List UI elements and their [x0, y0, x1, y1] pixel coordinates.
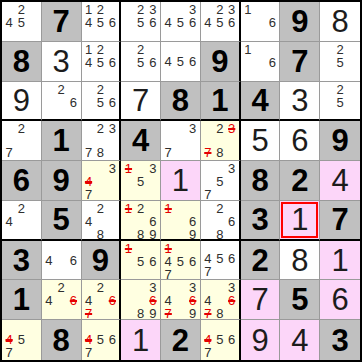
candidate-grid: 3456	[162, 3, 199, 40]
candidate-mark: 2	[94, 122, 106, 135]
candidate-grid: 34678	[202, 281, 238, 318]
solved-digit: 4	[331, 165, 348, 196]
candidate-mark: 9	[147, 228, 159, 241]
cell-r4c8[interactable]: 6	[280, 121, 320, 161]
cell-r2c9[interactable]: 25	[320, 42, 360, 82]
candidate-grid: 156	[122, 242, 159, 279]
candidate-mark: 1	[83, 43, 95, 56]
candidate-mark: 4	[83, 215, 95, 228]
candidate-mark: 2	[135, 202, 147, 215]
cell-r4c3[interactable]: 2378	[82, 121, 122, 161]
cell-r9c3[interactable]: 4567	[82, 320, 122, 360]
cell-r7c7[interactable]: 2	[241, 241, 281, 281]
candidate-grid: 169	[162, 202, 199, 238]
candidate-mark: 6	[187, 16, 199, 29]
candidate-mark: 8	[214, 228, 226, 241]
candidate-mark: 9	[147, 307, 159, 320]
candidate-mark: 6	[187, 215, 199, 228]
given-digit: 8	[13, 46, 30, 77]
cell-r6c7[interactable]: 3	[241, 201, 281, 241]
eliminated-candidate-mark: 7	[83, 307, 95, 320]
cell-r1c9[interactable]: 8	[320, 2, 360, 42]
given-digit: 9	[291, 6, 308, 37]
candidate-mark: 7	[83, 188, 95, 201]
candidate-mark: 5	[214, 175, 226, 188]
cell-r6c8[interactable]: 1	[280, 201, 320, 241]
candidate-mark: 5	[15, 333, 27, 346]
given-digit: 7	[291, 46, 308, 77]
candidate-mark: 2	[214, 202, 226, 215]
given-digit: 3	[13, 245, 30, 276]
cell-r8c3[interactable]: 2467	[82, 280, 122, 320]
eliminated-candidate-mark: 6	[226, 294, 238, 307]
candidate-mark: 6	[266, 16, 278, 29]
candidate-mark: 6	[106, 96, 118, 109]
given-digit: 5	[53, 204, 70, 235]
candidate-grid: 248	[83, 202, 119, 238]
cell-r8c9[interactable]: 6	[320, 280, 360, 320]
eliminated-candidate-mark: 1	[122, 162, 134, 175]
cell-r9c5[interactable]: 2	[161, 320, 201, 360]
cell-r2c6[interactable]: 9	[201, 42, 241, 82]
candidate-mark: 6	[187, 255, 199, 268]
cell-r3c5[interactable]: 8	[161, 82, 201, 122]
cell-r8c7[interactable]: 7	[241, 280, 281, 320]
cell-r8c2[interactable]: 246	[42, 280, 82, 320]
cell-r5c6[interactable]: 357	[201, 161, 241, 201]
candidate-grid: 4567	[202, 321, 238, 359]
given-digit: 9	[211, 46, 228, 77]
solved-digit: 1	[132, 325, 149, 356]
candidate-grid: 135	[122, 162, 159, 199]
eliminated-candidate-mark: 1	[162, 242, 174, 255]
given-digit: 8	[172, 85, 189, 116]
candidate-mark: 6	[147, 255, 159, 268]
given-digit: 7	[331, 204, 348, 235]
candidate-mark: 7	[202, 188, 214, 201]
candidate-grid: 457	[3, 321, 40, 359]
cell-r7c3[interactable]: 9	[82, 241, 122, 281]
candidate-mark: 4	[83, 56, 95, 69]
candidate-mark: 4	[3, 16, 15, 29]
cell-r2c8[interactable]: 7	[280, 42, 320, 82]
candidate-mark: 4	[162, 255, 174, 268]
candidate-grid: 456	[162, 43, 199, 80]
cell-r8c8[interactable]: 5	[280, 280, 320, 320]
candidate-mark: 5	[174, 55, 186, 68]
candidate-mark: 6	[187, 55, 199, 68]
candidate-mark: 6	[106, 56, 118, 69]
cell-r2c1[interactable]: 8	[2, 42, 42, 82]
candidate-mark: 5	[135, 255, 147, 268]
cell-r1c6[interactable]: 23456	[201, 2, 241, 42]
cell-r9c9[interactable]: 3	[320, 320, 360, 360]
cell-r4c9[interactable]: 9	[320, 121, 360, 161]
given-digit: 8	[251, 165, 268, 196]
candidate-mark: 6	[67, 96, 79, 109]
candidate-mark: 7	[162, 146, 174, 159]
cell-r1c3[interactable]: 12456	[82, 2, 122, 42]
cell-r2c5[interactable]: 456	[161, 42, 201, 82]
solved-digit: 8	[291, 245, 308, 276]
candidate-mark: 5	[135, 175, 147, 188]
cell-r3c2[interactable]: 26	[42, 82, 82, 122]
solved-digit: 9	[251, 325, 268, 356]
candidate-mark: 5	[174, 16, 186, 29]
cell-r1c5[interactable]: 3456	[161, 2, 201, 42]
cell-r8c1[interactable]: 1	[2, 280, 42, 320]
candidate-mark: 4	[162, 16, 174, 29]
candidate-mark: 7	[3, 346, 15, 359]
eliminated-candidate-mark: 6	[67, 294, 79, 307]
candidate-mark: 9	[187, 228, 199, 241]
candidate-grid: 24	[3, 202, 40, 238]
cell-r3c7[interactable]: 4	[241, 82, 281, 122]
given-digit: 1	[211, 85, 228, 116]
candidate-grid: 25	[321, 43, 359, 80]
candidate-grid: 4567	[83, 321, 119, 359]
cell-r7c5[interactable]: 14567	[161, 241, 201, 281]
candidate-grid: 2467	[83, 281, 119, 318]
eliminated-candidate-mark: 7	[202, 307, 214, 320]
candidate-mark: 6	[147, 215, 159, 228]
candidate-grid: 245	[3, 3, 40, 40]
candidate-mark: 6	[147, 16, 159, 29]
candidate-mark: 8	[214, 146, 226, 159]
given-digit: 9	[331, 125, 348, 156]
cell-r8c6[interactable]: 34678	[201, 280, 241, 320]
cell-r6c3[interactable]: 248	[82, 201, 122, 241]
cell-r4c5[interactable]: 37	[161, 121, 201, 161]
cell-r5c8[interactable]: 2	[280, 161, 320, 201]
candidate-grid: 2378	[202, 122, 238, 159]
given-digit: 8	[53, 325, 70, 356]
cell-r6c4[interactable]: 12689	[121, 201, 161, 241]
candidate-mark: 3	[147, 162, 159, 175]
candidate-mark: 5	[214, 16, 226, 29]
solved-digit: 7	[132, 85, 149, 116]
solved-digit: 1	[331, 245, 348, 276]
candidate-grid: 2378	[83, 122, 119, 159]
eliminated-candidate-mark: 1	[122, 202, 134, 215]
cell-r1c1[interactable]: 245	[2, 2, 42, 42]
candidate-grid: 12689	[122, 202, 159, 238]
cell-r2c4[interactable]: 256	[121, 42, 161, 82]
cell-r6c9[interactable]: 7	[320, 201, 360, 241]
candidate-mark: 5	[94, 333, 106, 346]
cell-r7c6[interactable]: 4567	[201, 241, 241, 281]
given-digit: 6	[13, 165, 30, 196]
cell-r4c1[interactable]: 27	[2, 121, 42, 161]
candidate-grid: 3689	[122, 281, 159, 318]
candidate-mark: 2	[94, 202, 106, 215]
solved-digit: 8	[331, 6, 348, 37]
given-digit: 5	[291, 284, 308, 315]
cell-r5c7[interactable]: 8	[241, 161, 281, 201]
cell-r5c5[interactable]: 1	[161, 161, 201, 201]
candidate-mark: 5	[135, 56, 147, 69]
cell-r7c8[interactable]: 8	[280, 241, 320, 281]
cell-r4c7[interactable]: 5	[241, 121, 281, 161]
cell-r3c1[interactable]: 9	[2, 82, 42, 122]
candidate-mark: 3	[187, 122, 199, 135]
cell-r3c9[interactable]: 25	[320, 82, 360, 122]
candidate-mark: 2	[15, 122, 27, 135]
cell-r3c6[interactable]: 1	[201, 82, 241, 122]
candidate-mark: 5	[15, 16, 27, 29]
given-digit: 9	[53, 165, 70, 196]
cell-r5c4[interactable]: 135	[121, 161, 161, 201]
candidate-mark: 2	[334, 83, 347, 96]
candidate-mark: 4	[83, 16, 95, 29]
cell-r2c3[interactable]: 12456	[82, 42, 122, 82]
candidate-mark: 5	[214, 333, 226, 346]
given-digit: 2	[172, 325, 189, 356]
candidate-grid: 25	[321, 83, 359, 119]
candidate-mark: 5	[334, 56, 347, 69]
candidate-mark: 7	[3, 146, 15, 159]
candidate-mark: 5	[94, 96, 106, 109]
candidate-mark: 1	[242, 3, 254, 16]
cell-r6c6[interactable]: 268	[201, 201, 241, 241]
cell-r1c4[interactable]: 2356	[121, 2, 161, 42]
candidate-grid: 256	[122, 43, 159, 80]
cell-r1c7[interactable]: 16	[241, 2, 281, 42]
candidate-grid: 16	[242, 3, 279, 40]
candidate-mark: 2	[55, 281, 67, 294]
candidate-mark: 5	[174, 255, 186, 268]
candidate-grid: 2356	[122, 3, 159, 40]
candidate-mark: 6	[147, 56, 159, 69]
candidate-mark: 8	[214, 307, 226, 320]
candidate-mark: 6	[106, 16, 118, 29]
cell-r6c2[interactable]: 5	[42, 201, 82, 241]
candidate-mark: 2	[55, 83, 67, 96]
candidate-mark: 6	[106, 333, 118, 346]
cell-r7c4[interactable]: 156	[121, 241, 161, 281]
cell-r3c8[interactable]: 3	[280, 82, 320, 122]
candidate-grid: 34679	[162, 281, 199, 318]
eliminated-candidate-mark: 3	[226, 122, 238, 135]
eliminated-candidate-mark: 6	[106, 294, 118, 307]
solved-digit: 7	[251, 284, 268, 315]
candidate-mark: 6	[67, 254, 79, 267]
solved-digit: 1	[291, 204, 308, 235]
candidate-grid: 26	[43, 83, 80, 119]
candidate-mark: 8	[135, 228, 147, 241]
candidate-mark: 9	[187, 307, 199, 320]
cell-r6c1[interactable]: 24	[2, 201, 42, 241]
given-digit: 2	[291, 165, 308, 196]
candidate-mark: 2	[334, 43, 347, 56]
candidate-mark: 4	[162, 55, 174, 68]
cell-r9c8[interactable]: 4	[280, 320, 320, 360]
candidate-mark: 4	[43, 294, 55, 307]
candidate-mark: 5	[94, 16, 106, 29]
cell-r8c5[interactable]: 34679	[161, 280, 201, 320]
candidate-grid: 268	[202, 202, 238, 238]
cell-r7c1[interactable]: 3	[2, 241, 42, 281]
cell-r7c9[interactable]: 1	[320, 241, 360, 281]
given-digit: 7	[53, 6, 70, 37]
candidate-grid: 246	[43, 281, 80, 318]
solved-digit: 6	[291, 125, 308, 156]
candidate-mark: 2	[214, 122, 226, 135]
cell-r1c8[interactable]: 9	[280, 2, 320, 42]
cell-r4c6[interactable]: 2378	[201, 121, 241, 161]
cell-r5c2[interactable]: 9	[42, 161, 82, 201]
cell-r5c1[interactable]: 6	[2, 161, 42, 201]
candidate-mark: 6	[226, 252, 238, 265]
eliminated-candidate-mark: 7	[202, 146, 214, 159]
candidate-mark: 6	[226, 16, 238, 29]
given-digit: 3	[251, 204, 268, 235]
solved-digit: 5	[251, 125, 268, 156]
candidate-mark: 7	[83, 346, 95, 359]
cell-r9c4[interactable]: 1	[121, 320, 161, 360]
candidate-grid: 256	[83, 83, 119, 119]
cell-r2c7[interactable]: 16	[241, 42, 281, 82]
cell-r5c9[interactable]: 4	[320, 161, 360, 201]
candidate-grid: 27	[3, 122, 40, 159]
candidate-mark: 3	[106, 122, 118, 135]
candidate-mark: 5	[135, 16, 147, 29]
candidate-mark: 5	[214, 252, 226, 265]
given-digit: 2	[251, 245, 268, 276]
candidate-grid: 16	[242, 43, 279, 80]
candidate-grid: 357	[202, 162, 238, 199]
candidate-mark: 1	[242, 43, 254, 56]
solved-digit: 9	[13, 85, 30, 116]
cell-r4c4[interactable]: 4	[121, 121, 161, 161]
candidate-mark: 6	[266, 56, 278, 69]
candidate-mark: 4	[3, 215, 15, 228]
cell-r4c2[interactable]: 1	[42, 121, 82, 161]
candidate-mark: 8	[135, 307, 147, 320]
cell-r7c2[interactable]: 46	[42, 241, 82, 281]
candidate-mark: 7	[202, 265, 214, 278]
given-digit: 4	[132, 125, 149, 156]
candidate-grid: 23456	[202, 3, 238, 40]
candidate-grid: 46	[43, 242, 80, 279]
solved-digit: 6	[331, 284, 348, 315]
candidate-mark: 3	[106, 162, 118, 175]
candidate-mark: 4	[202, 16, 214, 29]
cell-r9c7[interactable]: 9	[241, 320, 281, 360]
candidate-mark: 5	[334, 96, 347, 109]
candidate-mark: 6	[226, 215, 238, 228]
eliminated-candidate-mark: 7	[162, 307, 174, 320]
candidate-mark: 6	[226, 333, 238, 346]
candidate-mark: 2	[94, 281, 106, 294]
candidate-grid: 4567	[202, 242, 238, 279]
candidate-grid: 12456	[83, 43, 119, 80]
cell-r1c2[interactable]: 7	[42, 2, 82, 42]
eliminated-candidate-mark: 1	[122, 242, 134, 255]
candidate-mark: 4	[43, 254, 55, 267]
candidate-mark: 2	[94, 83, 106, 96]
candidate-grid: 347	[83, 162, 119, 199]
solved-digit: 3	[291, 85, 308, 116]
candidate-mark: 5	[94, 56, 106, 69]
candidate-mark: 7	[202, 346, 214, 359]
candidate-mark: 2	[15, 202, 27, 215]
candidate-mark: 8	[94, 146, 106, 159]
given-digit: 4	[251, 85, 268, 116]
solved-digit: 1	[172, 165, 189, 196]
eliminated-candidate-mark: 1	[162, 202, 174, 215]
cell-r9c6[interactable]: 4567	[201, 320, 241, 360]
cell-r5c3[interactable]: 347	[82, 161, 122, 201]
cell-r8c4[interactable]: 3689	[121, 280, 161, 320]
cell-r2c2[interactable]: 3	[42, 42, 82, 82]
candidate-grid: 14567	[162, 242, 199, 279]
given-digit: 9	[92, 245, 109, 276]
solved-digit: 3	[53, 46, 70, 77]
candidate-grid: 12456	[83, 3, 119, 40]
candidate-mark: 7	[162, 268, 174, 281]
cell-r3c4[interactable]: 7	[121, 82, 161, 122]
given-digit: 1	[53, 125, 70, 156]
cell-r9c1[interactable]: 457	[2, 320, 42, 360]
candidate-mark: 2	[135, 43, 147, 56]
cell-r6c5[interactable]: 169	[161, 201, 201, 241]
candidate-mark: 2	[94, 43, 106, 56]
given-digit: 1	[13, 284, 30, 315]
candidate-mark: 7	[83, 146, 95, 159]
solved-digit: 4	[291, 325, 308, 356]
cell-r3c3[interactable]: 256	[82, 82, 122, 122]
candidate-mark: 8	[94, 228, 106, 241]
given-digit: 3	[331, 325, 348, 356]
candidate-mark: 3	[226, 162, 238, 175]
sudoku-board: 2457124562356345623456169883124562564569…	[0, 0, 362, 362]
cell-r9c2[interactable]: 8	[42, 320, 82, 360]
candidate-grid: 37	[162, 122, 199, 159]
